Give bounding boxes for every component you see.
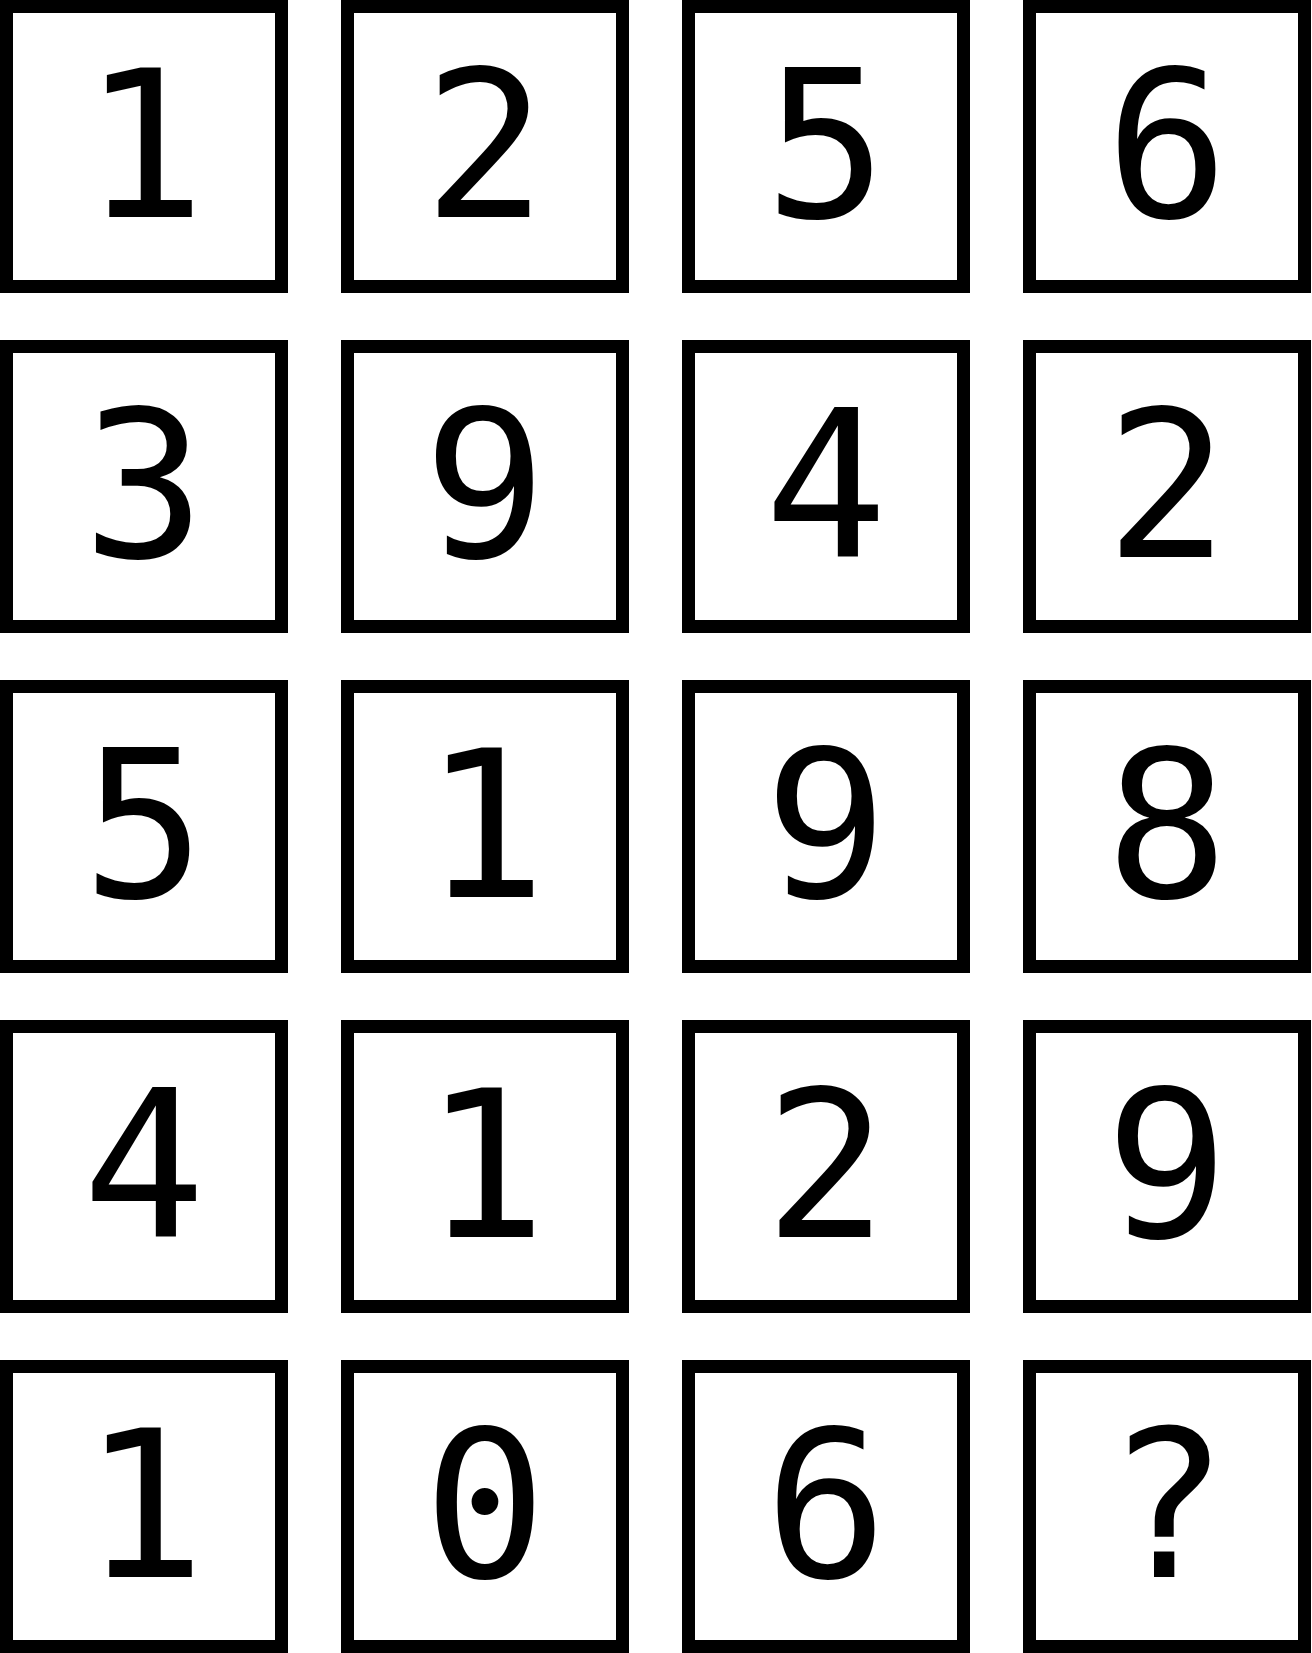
cell-r4c2: 1	[341, 1020, 629, 1313]
cell-r2c4: 2	[1023, 340, 1311, 633]
cell-r5c4-missing: ?	[1023, 1360, 1311, 1653]
puzzle-grid: 1 2 5 6 3 9 4 2 5 1 9 8 4 1 2 9 1 0 6 ?	[0, 0, 1311, 1653]
cell-r1c1: 1	[0, 0, 288, 293]
cell-r1c3: 5	[682, 0, 970, 293]
cell-r5c1: 1	[0, 1360, 288, 1653]
cell-r5c2: 0	[341, 1360, 629, 1653]
cell-r2c2: 9	[341, 340, 629, 633]
cell-r2c3: 4	[682, 340, 970, 633]
cell-r3c4: 8	[1023, 680, 1311, 973]
cell-r1c4: 6	[1023, 0, 1311, 293]
cell-r2c1: 3	[0, 340, 288, 633]
cell-r1c2: 2	[341, 0, 629, 293]
cell-r4c1: 4	[0, 1020, 288, 1313]
cell-r4c4: 9	[1023, 1020, 1311, 1313]
cell-r5c3: 6	[682, 1360, 970, 1653]
cell-r3c1: 5	[0, 680, 288, 973]
cell-r4c3: 2	[682, 1020, 970, 1313]
cell-r3c3: 9	[682, 680, 970, 973]
cell-r3c2: 1	[341, 680, 629, 973]
